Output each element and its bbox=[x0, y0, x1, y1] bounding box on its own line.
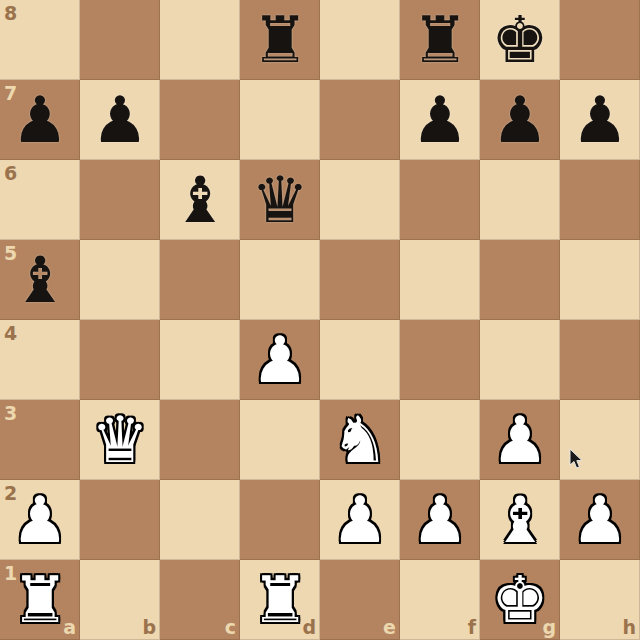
square-a8[interactable]: 8 bbox=[0, 0, 80, 80]
white-rook[interactable]: ♜ bbox=[11, 560, 68, 640]
file-label-e: e bbox=[383, 618, 396, 637]
white-knight[interactable]: ♞ bbox=[331, 400, 388, 480]
white-pawn[interactable]: ♟ bbox=[11, 480, 68, 560]
white-king[interactable]: ♚ bbox=[491, 560, 548, 640]
square-d6[interactable]: ♛ bbox=[240, 160, 320, 240]
square-d8[interactable]: ♜ bbox=[240, 0, 320, 80]
square-f1[interactable]: f bbox=[400, 560, 480, 640]
file-label-f: f bbox=[468, 618, 476, 637]
square-a5[interactable]: 5♝ bbox=[0, 240, 80, 320]
square-c8[interactable] bbox=[160, 0, 240, 80]
white-pawn[interactable]: ♟ bbox=[331, 480, 388, 560]
square-c3[interactable] bbox=[160, 400, 240, 480]
square-h2[interactable]: ♟ bbox=[560, 480, 640, 560]
square-e6[interactable] bbox=[320, 160, 400, 240]
square-h6[interactable] bbox=[560, 160, 640, 240]
square-e3[interactable]: ♞ bbox=[320, 400, 400, 480]
file-label-b: b bbox=[142, 618, 156, 637]
white-queen[interactable]: ♛ bbox=[91, 400, 148, 480]
square-d2[interactable] bbox=[240, 480, 320, 560]
rank-label-3: 3 bbox=[4, 404, 17, 423]
square-f8[interactable]: ♜ bbox=[400, 0, 480, 80]
square-f6[interactable] bbox=[400, 160, 480, 240]
square-g7[interactable]: ♟ bbox=[480, 80, 560, 160]
square-g2[interactable]: ♝ bbox=[480, 480, 560, 560]
square-g3[interactable]: ♟ bbox=[480, 400, 560, 480]
square-e4[interactable] bbox=[320, 320, 400, 400]
square-d4[interactable]: ♟ bbox=[240, 320, 320, 400]
square-h8[interactable] bbox=[560, 0, 640, 80]
square-g8[interactable]: ♚ bbox=[480, 0, 560, 80]
square-h3[interactable] bbox=[560, 400, 640, 480]
square-d1[interactable]: d♜ bbox=[240, 560, 320, 640]
square-d3[interactable] bbox=[240, 400, 320, 480]
square-c6[interactable]: ♝ bbox=[160, 160, 240, 240]
black-queen[interactable]: ♛ bbox=[251, 160, 308, 240]
square-a7[interactable]: 7♟ bbox=[0, 80, 80, 160]
square-e5[interactable] bbox=[320, 240, 400, 320]
square-d7[interactable] bbox=[240, 80, 320, 160]
square-g1[interactable]: g♚ bbox=[480, 560, 560, 640]
black-rook[interactable]: ♜ bbox=[251, 0, 308, 80]
square-b8[interactable] bbox=[80, 0, 160, 80]
black-king[interactable]: ♚ bbox=[491, 0, 548, 80]
square-a2[interactable]: 2♟ bbox=[0, 480, 80, 560]
white-rook[interactable]: ♜ bbox=[251, 560, 308, 640]
black-pawn[interactable]: ♟ bbox=[411, 80, 468, 160]
rank-label-8: 8 bbox=[4, 4, 17, 23]
square-f7[interactable]: ♟ bbox=[400, 80, 480, 160]
square-b3[interactable]: ♛ bbox=[80, 400, 160, 480]
white-pawn[interactable]: ♟ bbox=[491, 400, 548, 480]
square-g6[interactable] bbox=[480, 160, 560, 240]
square-b1[interactable]: b bbox=[80, 560, 160, 640]
rank-label-6: 6 bbox=[4, 164, 17, 183]
square-e1[interactable]: e bbox=[320, 560, 400, 640]
square-a3[interactable]: 3 bbox=[0, 400, 80, 480]
square-b5[interactable] bbox=[80, 240, 160, 320]
black-bishop[interactable]: ♝ bbox=[171, 160, 228, 240]
square-a4[interactable]: 4 bbox=[0, 320, 80, 400]
white-pawn[interactable]: ♟ bbox=[571, 480, 628, 560]
file-label-h: h bbox=[622, 618, 636, 637]
square-c4[interactable] bbox=[160, 320, 240, 400]
square-d5[interactable] bbox=[240, 240, 320, 320]
square-f2[interactable]: ♟ bbox=[400, 480, 480, 560]
square-c2[interactable] bbox=[160, 480, 240, 560]
black-pawn[interactable]: ♟ bbox=[91, 80, 148, 160]
square-c1[interactable]: c bbox=[160, 560, 240, 640]
square-b6[interactable] bbox=[80, 160, 160, 240]
square-f4[interactable] bbox=[400, 320, 480, 400]
square-b2[interactable] bbox=[80, 480, 160, 560]
black-rook[interactable]: ♜ bbox=[411, 0, 468, 80]
square-h1[interactable]: h bbox=[560, 560, 640, 640]
white-pawn[interactable]: ♟ bbox=[411, 480, 468, 560]
square-a6[interactable]: 6 bbox=[0, 160, 80, 240]
square-a1[interactable]: 1a♜ bbox=[0, 560, 80, 640]
square-h7[interactable]: ♟ bbox=[560, 80, 640, 160]
square-e8[interactable] bbox=[320, 0, 400, 80]
square-h4[interactable] bbox=[560, 320, 640, 400]
square-b7[interactable]: ♟ bbox=[80, 80, 160, 160]
chess-board: 8♜♜♚7♟♟♟♟♟6♝♛5♝4♟3♛♞♟2♟♟♟♝♟1a♜bcd♜efg♚h bbox=[0, 0, 640, 640]
square-f3[interactable] bbox=[400, 400, 480, 480]
square-f5[interactable] bbox=[400, 240, 480, 320]
square-c7[interactable] bbox=[160, 80, 240, 160]
square-c5[interactable] bbox=[160, 240, 240, 320]
black-pawn[interactable]: ♟ bbox=[571, 80, 628, 160]
square-g4[interactable] bbox=[480, 320, 560, 400]
white-pawn[interactable]: ♟ bbox=[251, 320, 308, 400]
square-b4[interactable] bbox=[80, 320, 160, 400]
rank-label-4: 4 bbox=[4, 324, 17, 343]
black-pawn[interactable]: ♟ bbox=[491, 80, 548, 160]
square-g5[interactable] bbox=[480, 240, 560, 320]
white-bishop[interactable]: ♝ bbox=[491, 480, 548, 560]
square-e7[interactable] bbox=[320, 80, 400, 160]
black-pawn[interactable]: ♟ bbox=[11, 80, 68, 160]
file-label-c: c bbox=[225, 618, 236, 637]
square-e2[interactable]: ♟ bbox=[320, 480, 400, 560]
square-h5[interactable] bbox=[560, 240, 640, 320]
black-bishop[interactable]: ♝ bbox=[11, 240, 68, 320]
